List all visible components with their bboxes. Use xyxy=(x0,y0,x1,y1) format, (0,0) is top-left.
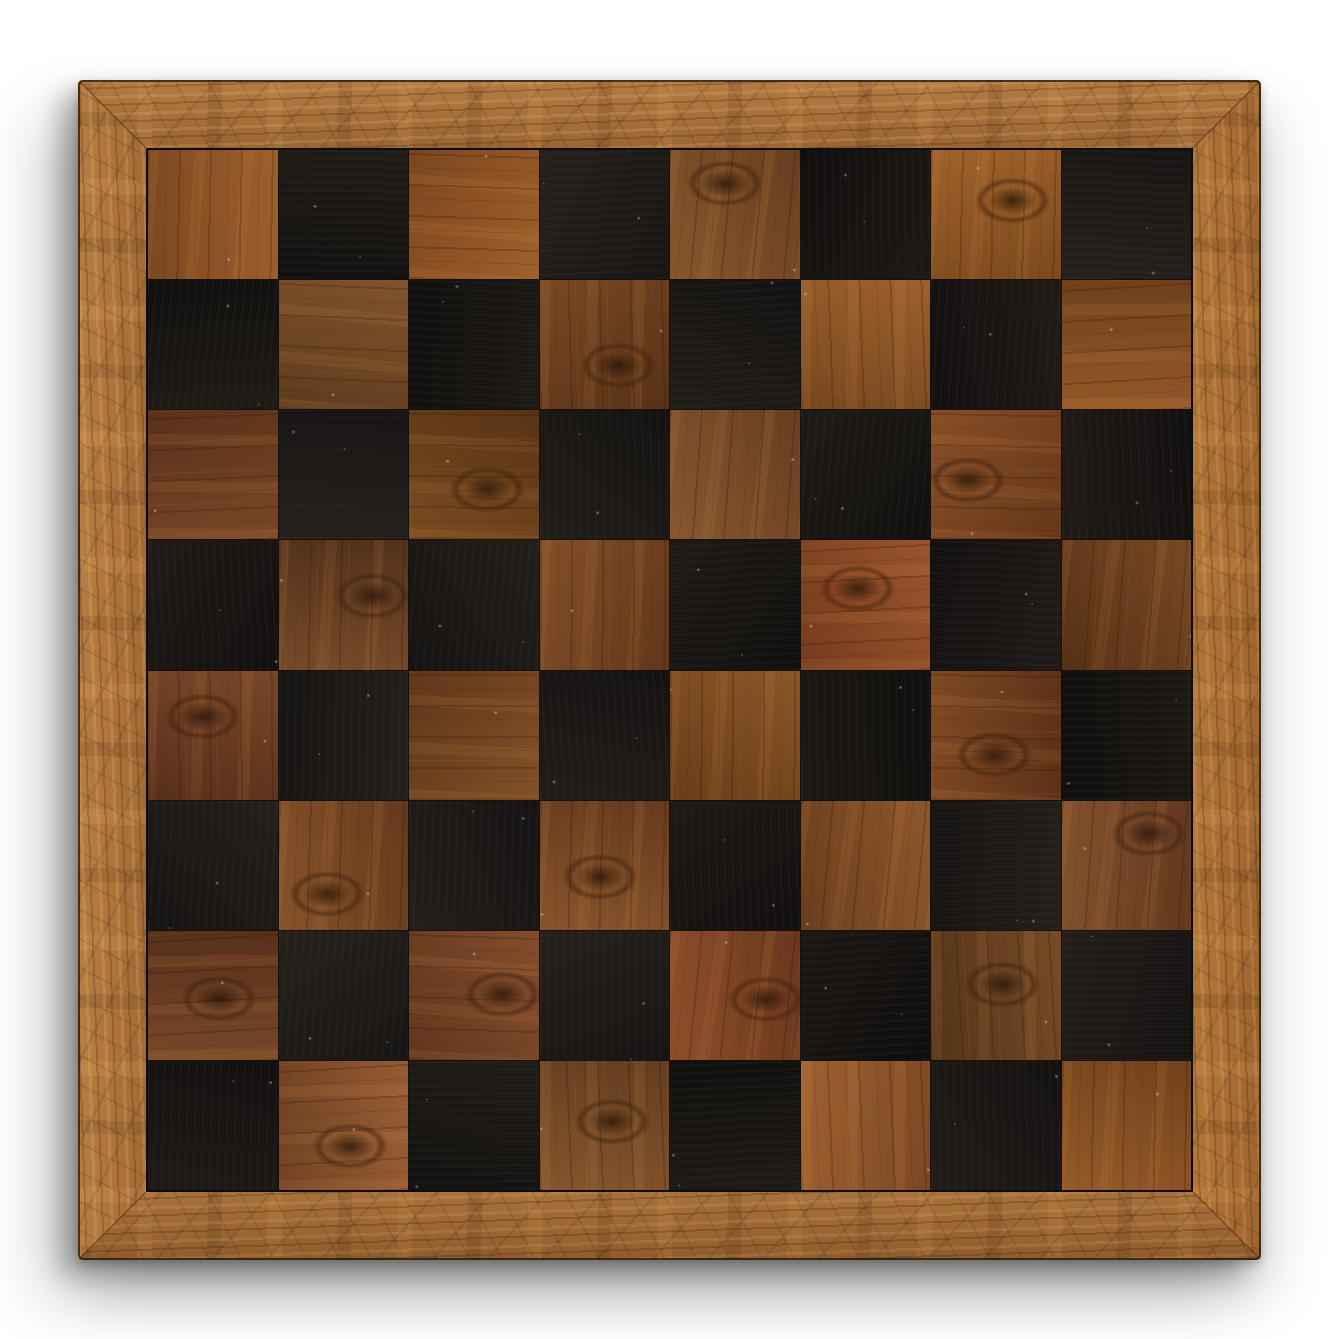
square-h8[interactable] xyxy=(1062,150,1192,279)
squares-grid xyxy=(148,150,1191,1190)
frame-rail-top xyxy=(78,80,1261,148)
square-c2[interactable] xyxy=(409,931,539,1060)
square-a6[interactable] xyxy=(148,410,278,539)
square-f2[interactable] xyxy=(801,931,931,1060)
square-f1[interactable] xyxy=(801,1061,931,1190)
square-h5[interactable] xyxy=(1062,540,1192,669)
square-b7[interactable] xyxy=(279,280,409,409)
square-h6[interactable] xyxy=(1062,410,1192,539)
square-d2[interactable] xyxy=(540,931,670,1060)
square-c3[interactable] xyxy=(409,801,539,930)
square-g5[interactable] xyxy=(931,540,1061,669)
photo-background xyxy=(0,0,1339,1339)
square-b4[interactable] xyxy=(279,671,409,800)
square-c7[interactable] xyxy=(409,280,539,409)
game-board xyxy=(78,80,1261,1260)
square-g3[interactable] xyxy=(931,801,1061,930)
square-a3[interactable] xyxy=(148,801,278,930)
square-f7[interactable] xyxy=(801,280,931,409)
square-b3[interactable] xyxy=(279,801,409,930)
square-c4[interactable] xyxy=(409,671,539,800)
square-h4[interactable] xyxy=(1062,671,1192,800)
square-f5[interactable] xyxy=(801,540,931,669)
square-e2[interactable] xyxy=(670,931,800,1060)
square-b1[interactable] xyxy=(279,1061,409,1190)
square-e5[interactable] xyxy=(670,540,800,669)
square-d6[interactable] xyxy=(540,410,670,539)
square-a7[interactable] xyxy=(148,280,278,409)
square-c5[interactable] xyxy=(409,540,539,669)
square-f3[interactable] xyxy=(801,801,931,930)
square-h2[interactable] xyxy=(1062,931,1192,1060)
square-d4[interactable] xyxy=(540,671,670,800)
square-b6[interactable] xyxy=(279,410,409,539)
square-f8[interactable] xyxy=(801,150,931,279)
square-g1[interactable] xyxy=(931,1061,1061,1190)
square-g6[interactable] xyxy=(931,410,1061,539)
square-c8[interactable] xyxy=(409,150,539,279)
square-e1[interactable] xyxy=(670,1061,800,1190)
square-f6[interactable] xyxy=(801,410,931,539)
square-g8[interactable] xyxy=(931,150,1061,279)
square-d1[interactable] xyxy=(540,1061,670,1190)
frame-rail-right xyxy=(1193,80,1261,1260)
square-d3[interactable] xyxy=(540,801,670,930)
square-c1[interactable] xyxy=(409,1061,539,1190)
square-g2[interactable] xyxy=(931,931,1061,1060)
square-a8[interactable] xyxy=(148,150,278,279)
square-d8[interactable] xyxy=(540,150,670,279)
square-g4[interactable] xyxy=(931,671,1061,800)
square-h3[interactable] xyxy=(1062,801,1192,930)
square-b2[interactable] xyxy=(279,931,409,1060)
square-g7[interactable] xyxy=(931,280,1061,409)
square-d5[interactable] xyxy=(540,540,670,669)
square-h1[interactable] xyxy=(1062,1061,1192,1190)
square-h7[interactable] xyxy=(1062,280,1192,409)
square-e4[interactable] xyxy=(670,671,800,800)
square-c6[interactable] xyxy=(409,410,539,539)
frame-rail-bottom xyxy=(78,1192,1261,1260)
square-e8[interactable] xyxy=(670,150,800,279)
square-a2[interactable] xyxy=(148,931,278,1060)
square-a4[interactable] xyxy=(148,671,278,800)
square-b5[interactable] xyxy=(279,540,409,669)
square-a5[interactable] xyxy=(148,540,278,669)
playing-surface xyxy=(146,148,1193,1192)
square-e7[interactable] xyxy=(670,280,800,409)
frame-rail-left xyxy=(78,80,146,1260)
square-f4[interactable] xyxy=(801,671,931,800)
square-e3[interactable] xyxy=(670,801,800,930)
square-d7[interactable] xyxy=(540,280,670,409)
square-a1[interactable] xyxy=(148,1061,278,1190)
square-b8[interactable] xyxy=(279,150,409,279)
square-e6[interactable] xyxy=(670,410,800,539)
